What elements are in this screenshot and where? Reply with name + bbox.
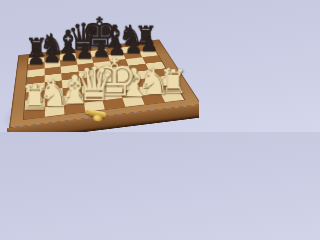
white-rook: ♜	[14, 83, 54, 114]
black-pawn: ♟	[23, 47, 48, 67]
square-a1: ♜	[24, 107, 44, 119]
latch-hook	[93, 114, 103, 121]
scene-caption: Wooden folding chess set photographed at…	[0, 0, 1, 1]
photo-backdrop: ♜♞♝♛♚♝♞♜♟♟♟♟♟♟♟♟♟♟♟♟♟♟♟♟♜♞♝♛♚♝♞♜ Wooden …	[0, 0, 199, 132]
